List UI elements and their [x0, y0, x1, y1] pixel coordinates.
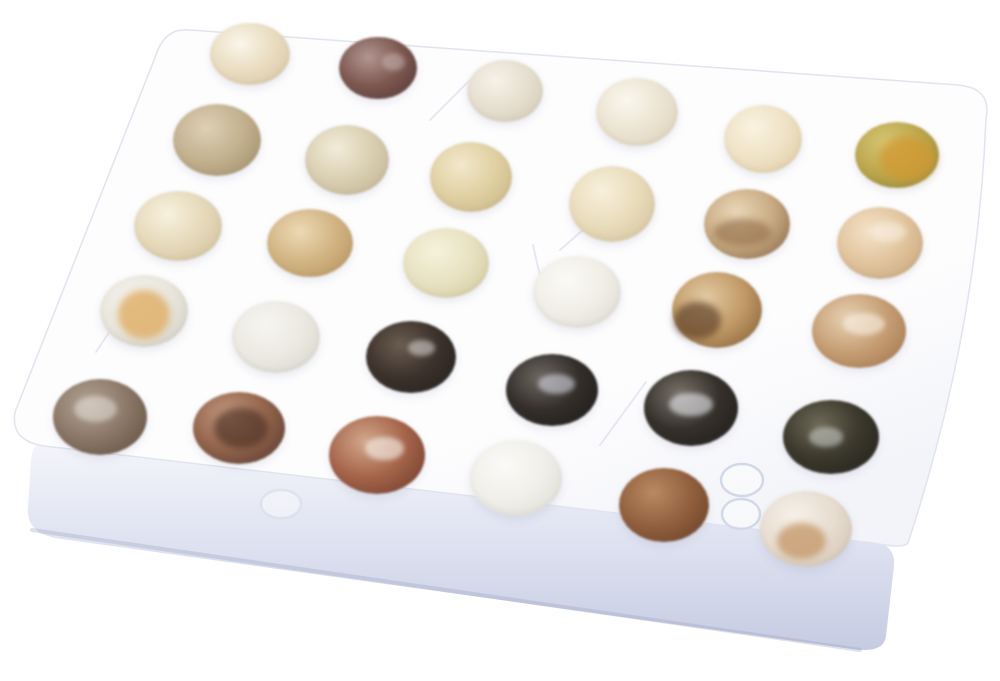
stone-r5c6-clear-tan-patch: [760, 491, 852, 567]
stone-r2c1-khaki-tan: [173, 104, 261, 176]
stones-layer: [0, 0, 1000, 681]
stone-r2c4-champagne: [569, 166, 655, 242]
stone-r1c3-pale-champagne: [467, 60, 543, 122]
stone-r5c5-caramel-brown: [619, 468, 709, 542]
stone-r4c1-clear-gold-patch: [100, 275, 188, 347]
stone-r5c2-brown-dark-center: [193, 392, 285, 464]
gemstone-tray-photo: [0, 0, 1000, 681]
stone-color-patch: [74, 396, 117, 422]
stone-r4c6-black-olive: [783, 400, 879, 474]
stone-color-patch: [214, 408, 267, 448]
stone-r3c1-champagne-clear: [134, 191, 222, 261]
stone-color-patch: [669, 393, 712, 416]
stone-r2c5-tan-streaked: [704, 189, 790, 259]
stone-r4c3-black-brown: [366, 321, 456, 393]
stone-r2c2-pearl-champagne: [305, 125, 389, 195]
stone-r5c4-colorless-clear: [470, 440, 562, 516]
stone-r3c6-light-brown-sparkle: [812, 294, 906, 368]
stone-r3c5-brown-tan: [672, 272, 762, 348]
stone-color-patch: [538, 374, 575, 394]
stone-color-patch: [118, 290, 169, 339]
stone-r2c3-pale-gold: [430, 142, 512, 212]
stone-r1c4-white-champagne: [596, 78, 678, 146]
stone-r4c4-black: [506, 354, 598, 426]
stone-r3c3-pale-yellow: [403, 228, 489, 298]
stone-r1c5-ivory: [724, 105, 802, 173]
stone-color-patch: [408, 340, 435, 356]
stone-r1c6-olive-amber: [855, 122, 939, 188]
stone-color-patch: [714, 219, 771, 246]
stone-color-patch: [777, 523, 827, 559]
stone-r4c2-clear-white: [232, 301, 320, 373]
stone-color-patch: [871, 222, 905, 242]
stone-r2c6-peach-champagne: [837, 207, 923, 279]
stone-r1c1-cream: [210, 23, 290, 85]
stone-r3c4-clear-white: [533, 256, 621, 328]
stone-r5c3-copper-brown: [329, 416, 425, 494]
stone-r5c1-taupe-sparkle: [53, 379, 147, 455]
stone-color-patch: [843, 313, 885, 335]
stone-r4c5-black-sparkle: [644, 370, 738, 446]
stone-color-patch: [879, 136, 934, 181]
stone-r3c2-tan-gold: [267, 209, 353, 277]
stone-color-patch: [809, 427, 844, 446]
stone-color-patch: [382, 53, 405, 72]
stone-r1c2-mauve-brown: [339, 37, 417, 99]
stone-color-patch: [365, 437, 403, 460]
stone-color-patch: [674, 302, 721, 338]
